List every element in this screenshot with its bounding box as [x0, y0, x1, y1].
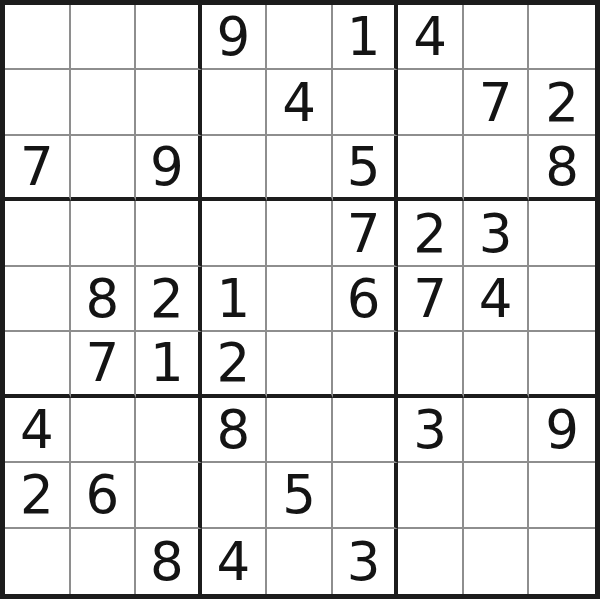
- cell-r3c1[interactable]: 7: [5, 136, 71, 201]
- cell-r8c7[interactable]: [398, 463, 464, 528]
- cell-r9c3[interactable]: 8: [136, 529, 202, 594]
- cell-r8c1[interactable]: 2: [5, 463, 71, 528]
- cell-r7c8[interactable]: [464, 398, 530, 463]
- cell-r9c6[interactable]: 3: [333, 529, 399, 594]
- cell-r2c4[interactable]: [202, 70, 268, 135]
- cell-r7c6[interactable]: [333, 398, 399, 463]
- cell-r1c2[interactable]: [71, 5, 137, 70]
- cell-r1c9[interactable]: [529, 5, 595, 70]
- cell-r4c6[interactable]: 7: [333, 201, 399, 266]
- cell-r1c7[interactable]: 4: [398, 5, 464, 70]
- cell-r1c5[interactable]: [267, 5, 333, 70]
- cell-r1c6[interactable]: 1: [333, 5, 399, 70]
- cell-r5c9[interactable]: [529, 267, 595, 332]
- cell-r2c9[interactable]: 2: [529, 70, 595, 135]
- cell-r4c4[interactable]: [202, 201, 268, 266]
- cell-r2c3[interactable]: [136, 70, 202, 135]
- cell-r6c6[interactable]: [333, 332, 399, 397]
- cell-r3c8[interactable]: [464, 136, 530, 201]
- cell-r5c6[interactable]: 6: [333, 267, 399, 332]
- cell-r2c6[interactable]: [333, 70, 399, 135]
- cell-r1c3[interactable]: [136, 5, 202, 70]
- cell-r7c4[interactable]: 8: [202, 398, 268, 463]
- cell-r5c7[interactable]: 7: [398, 267, 464, 332]
- cell-r2c8[interactable]: 7: [464, 70, 530, 135]
- cell-r9c1[interactable]: [5, 529, 71, 594]
- cell-r3c5[interactable]: [267, 136, 333, 201]
- cell-r3c2[interactable]: [71, 136, 137, 201]
- cell-r5c2[interactable]: 8: [71, 267, 137, 332]
- cell-r4c8[interactable]: 3: [464, 201, 530, 266]
- cell-r8c8[interactable]: [464, 463, 530, 528]
- cell-r9c8[interactable]: [464, 529, 530, 594]
- cell-r1c8[interactable]: [464, 5, 530, 70]
- cell-r8c6[interactable]: [333, 463, 399, 528]
- cell-r6c4[interactable]: 2: [202, 332, 268, 397]
- cell-r8c9[interactable]: [529, 463, 595, 528]
- cell-r5c5[interactable]: [267, 267, 333, 332]
- cell-r6c3[interactable]: 1: [136, 332, 202, 397]
- cell-r2c5[interactable]: 4: [267, 70, 333, 135]
- cell-r4c9[interactable]: [529, 201, 595, 266]
- cell-r2c7[interactable]: [398, 70, 464, 135]
- sudoku-board: 91447279587238216747124839265843: [0, 0, 600, 599]
- cell-r6c7[interactable]: [398, 332, 464, 397]
- cell-r3c6[interactable]: 5: [333, 136, 399, 201]
- cell-r1c1[interactable]: [5, 5, 71, 70]
- cell-r1c4[interactable]: 9: [202, 5, 268, 70]
- cell-r7c9[interactable]: 9: [529, 398, 595, 463]
- cell-r7c5[interactable]: [267, 398, 333, 463]
- cell-r3c9[interactable]: 8: [529, 136, 595, 201]
- cell-r7c1[interactable]: 4: [5, 398, 71, 463]
- cell-r6c5[interactable]: [267, 332, 333, 397]
- cell-r8c2[interactable]: 6: [71, 463, 137, 528]
- cell-r3c7[interactable]: [398, 136, 464, 201]
- cell-r6c8[interactable]: [464, 332, 530, 397]
- cell-r5c4[interactable]: 1: [202, 267, 268, 332]
- cell-r8c4[interactable]: [202, 463, 268, 528]
- cell-r9c7[interactable]: [398, 529, 464, 594]
- cell-r7c3[interactable]: [136, 398, 202, 463]
- cell-r8c5[interactable]: 5: [267, 463, 333, 528]
- cell-r4c3[interactable]: [136, 201, 202, 266]
- cell-r9c9[interactable]: [529, 529, 595, 594]
- cell-r3c3[interactable]: 9: [136, 136, 202, 201]
- cell-r9c5[interactable]: [267, 529, 333, 594]
- cell-r4c2[interactable]: [71, 201, 137, 266]
- cell-r3c4[interactable]: [202, 136, 268, 201]
- cell-r4c7[interactable]: 2: [398, 201, 464, 266]
- cell-r4c1[interactable]: [5, 201, 71, 266]
- cell-r5c8[interactable]: 4: [464, 267, 530, 332]
- cell-r9c2[interactable]: [71, 529, 137, 594]
- cell-r4c5[interactable]: [267, 201, 333, 266]
- cell-r5c3[interactable]: 2: [136, 267, 202, 332]
- cell-r7c2[interactable]: [71, 398, 137, 463]
- cell-r2c2[interactable]: [71, 70, 137, 135]
- cell-r5c1[interactable]: [5, 267, 71, 332]
- cell-r2c1[interactable]: [5, 70, 71, 135]
- cell-r6c9[interactable]: [529, 332, 595, 397]
- cell-r9c4[interactable]: 4: [202, 529, 268, 594]
- cell-r7c7[interactable]: 3: [398, 398, 464, 463]
- cell-r6c2[interactable]: 7: [71, 332, 137, 397]
- cell-r8c3[interactable]: [136, 463, 202, 528]
- cell-r6c1[interactable]: [5, 332, 71, 397]
